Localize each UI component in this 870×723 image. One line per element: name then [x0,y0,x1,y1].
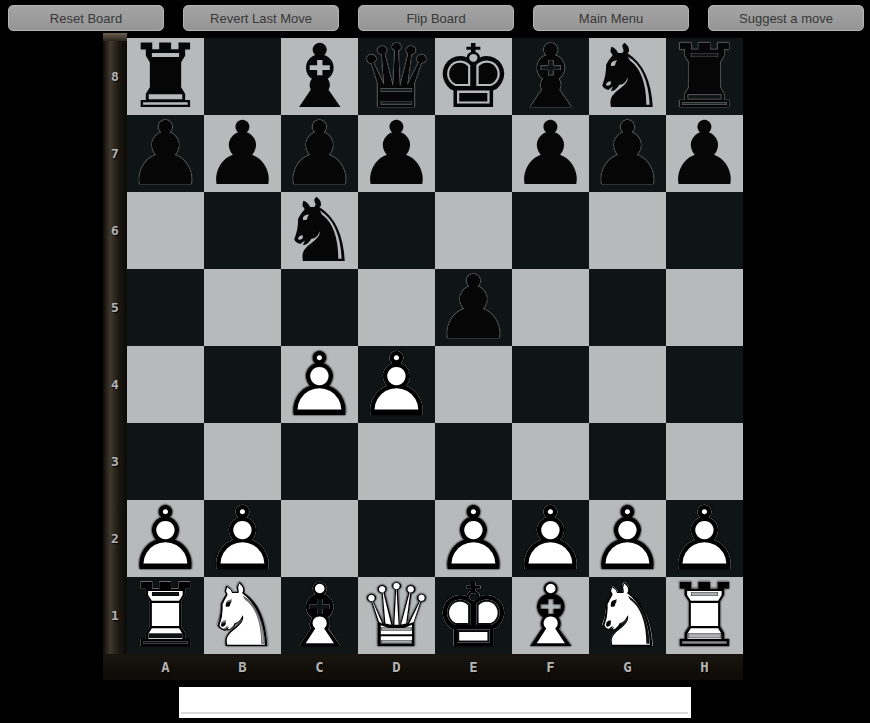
piece-black-pawn[interactable]: ♟ [512,115,589,192]
piece-white-bishop[interactable]: ♝♗ [512,577,589,654]
white-rook-outline-icon: ♖ [666,577,743,654]
square-b2[interactable]: ♟♙ [204,500,281,577]
white-pawn-outline-icon: ♙ [589,500,666,577]
piece-black-knight[interactable]: ♞ [589,38,666,115]
piece-black-rook[interactable]: ♜ [127,38,204,115]
main-menu-button[interactable]: Main Menu [533,5,689,31]
piece-white-pawn[interactable]: ♟♙ [512,500,589,577]
rank-label-7: 7 [103,115,127,192]
piece-black-pawn[interactable]: ♟ [435,269,512,346]
black-knight-icon: ♞ [281,192,358,269]
piece-white-bishop[interactable]: ♝♗ [281,577,358,654]
square-d5[interactable] [358,269,435,346]
square-f2[interactable]: ♟♙ [512,500,589,577]
flip-board-button[interactable]: Flip Board [358,5,514,31]
chess-board: ♜♝♛♚♝♞♜♟♟♟♟♟♟♟♞♟♟♙♟♙♟♙♟♙♟♙♟♙♟♙♟♙♜♖♞♘♝♗♛♕… [127,38,743,654]
file-label-b: B [204,655,281,678]
white-rook-outline-icon: ♖ [127,577,204,654]
piece-white-knight[interactable]: ♞♘ [204,577,281,654]
piece-white-rook[interactable]: ♜♖ [666,577,743,654]
square-g8[interactable]: ♞ [589,38,666,115]
chess-app-window: Reset Board Revert Last Move Flip Board … [0,0,870,723]
square-g4[interactable] [589,346,666,423]
black-pawn-icon: ♟ [204,115,281,192]
white-king-icon: ♚ [435,577,512,654]
square-e8[interactable]: ♚ [435,38,512,115]
piece-black-king[interactable]: ♚ [435,38,512,115]
white-bishop-icon: ♝ [281,577,358,654]
square-b3[interactable] [204,423,281,500]
rank-label-5: 5 [103,269,127,346]
square-c3[interactable] [281,423,358,500]
square-e3[interactable] [435,423,512,500]
square-c7[interactable]: ♟ [281,115,358,192]
square-d6[interactable] [358,192,435,269]
square-b4[interactable] [204,346,281,423]
square-c4[interactable]: ♟♙ [281,346,358,423]
status-underline [181,712,688,714]
white-king-outline-icon: ♔ [435,577,512,654]
white-pawn-icon: ♟ [435,500,512,577]
white-pawn-outline-icon: ♙ [204,500,281,577]
piece-black-pawn[interactable]: ♟ [204,115,281,192]
white-pawn-icon: ♟ [512,500,589,577]
piece-white-pawn[interactable]: ♟♙ [435,500,512,577]
square-h2[interactable]: ♟♙ [666,500,743,577]
white-rook-icon: ♜ [666,577,743,654]
file-label-d: D [358,655,435,678]
white-pawn-icon: ♟ [204,500,281,577]
white-knight-outline-icon: ♘ [204,577,281,654]
square-a1[interactable]: ♜♖ [127,577,204,654]
board-frame-left: 87654321 [103,33,127,678]
square-d2[interactable] [358,500,435,577]
square-a4[interactable] [127,346,204,423]
piece-white-pawn[interactable]: ♟♙ [127,500,204,577]
square-g3[interactable] [589,423,666,500]
piece-white-pawn[interactable]: ♟♙ [204,500,281,577]
square-c1[interactable]: ♝♗ [281,577,358,654]
square-b8[interactable] [204,38,281,115]
square-d7[interactable]: ♟ [358,115,435,192]
black-king-icon: ♚ [435,38,512,115]
square-f1[interactable]: ♝♗ [512,577,589,654]
square-e1[interactable]: ♚♔ [435,577,512,654]
rank-label-8: 8 [103,38,127,115]
square-f3[interactable] [512,423,589,500]
square-h8[interactable]: ♜ [666,38,743,115]
file-label-h: H [666,655,743,678]
white-pawn-outline-icon: ♙ [358,346,435,423]
board-frame-bottom: ABCDEFGH [103,654,743,680]
square-g1[interactable]: ♞♘ [589,577,666,654]
square-g5[interactable] [589,269,666,346]
black-pawn-icon: ♟ [512,115,589,192]
black-pawn-icon: ♟ [589,115,666,192]
revert-last-move-button[interactable]: Revert Last Move [183,5,339,31]
piece-black-pawn[interactable]: ♟ [589,115,666,192]
piece-black-pawn[interactable]: ♟ [358,115,435,192]
white-pawn-outline-icon: ♙ [512,500,589,577]
piece-black-rook[interactable]: ♜ [666,38,743,115]
square-f7[interactable]: ♟ [512,115,589,192]
white-bishop-outline-icon: ♗ [512,577,589,654]
black-bishop-icon: ♝ [512,38,589,115]
piece-white-pawn[interactable]: ♟♙ [666,500,743,577]
white-pawn-outline-icon: ♙ [127,500,204,577]
white-queen-outline-icon: ♕ [358,577,435,654]
black-queen-icon: ♛ [358,38,435,115]
square-c6[interactable]: ♞ [281,192,358,269]
black-pawn-icon: ♟ [358,115,435,192]
rank-label-4: 4 [103,346,127,423]
piece-white-rook[interactable]: ♜♖ [127,577,204,654]
square-f8[interactable]: ♝ [512,38,589,115]
square-e7[interactable] [435,115,512,192]
piece-white-queen[interactable]: ♛♕ [358,577,435,654]
black-pawn-icon: ♟ [127,115,204,192]
suggest-move-button[interactable]: Suggest a move [708,5,864,31]
square-h5[interactable] [666,269,743,346]
square-h6[interactable] [666,192,743,269]
file-label-f: F [512,655,589,678]
black-pawn-icon: ♟ [666,115,743,192]
square-d8[interactable]: ♛ [358,38,435,115]
white-pawn-icon: ♟ [358,346,435,423]
square-e6[interactable] [435,192,512,269]
square-a3[interactable] [127,423,204,500]
square-h1[interactable]: ♜♖ [666,577,743,654]
file-label-e: E [435,655,512,678]
square-d4[interactable]: ♟♙ [358,346,435,423]
square-c2[interactable] [281,500,358,577]
white-pawn-icon: ♟ [127,500,204,577]
piece-white-pawn[interactable]: ♟♙ [589,500,666,577]
white-pawn-icon: ♟ [589,500,666,577]
square-f4[interactable] [512,346,589,423]
black-rook-icon: ♜ [127,38,204,115]
white-pawn-outline-icon: ♙ [435,500,512,577]
square-d1[interactable]: ♛♕ [358,577,435,654]
black-pawn-icon: ♟ [281,115,358,192]
piece-black-knight[interactable]: ♞ [281,192,358,269]
piece-white-knight[interactable]: ♞♘ [589,577,666,654]
square-h7[interactable]: ♟ [666,115,743,192]
square-b5[interactable] [204,269,281,346]
square-b7[interactable]: ♟ [204,115,281,192]
square-e4[interactable] [435,346,512,423]
white-pawn-outline-icon: ♙ [666,500,743,577]
square-e2[interactable]: ♟♙ [435,500,512,577]
rank-label-1: 1 [103,577,127,654]
black-knight-icon: ♞ [589,38,666,115]
square-b1[interactable]: ♞♘ [204,577,281,654]
square-h4[interactable] [666,346,743,423]
rank-label-6: 6 [103,192,127,269]
piece-white-pawn[interactable]: ♟♙ [358,346,435,423]
square-g2[interactable]: ♟♙ [589,500,666,577]
square-a5[interactable] [127,269,204,346]
square-a2[interactable]: ♟♙ [127,500,204,577]
white-bishop-icon: ♝ [512,577,589,654]
white-bishop-outline-icon: ♗ [281,577,358,654]
file-label-a: A [127,655,204,678]
white-pawn-icon: ♟ [666,500,743,577]
square-d3[interactable] [358,423,435,500]
file-label-c: C [281,655,358,678]
piece-black-queen[interactable]: ♛ [358,38,435,115]
piece-black-pawn[interactable]: ♟ [666,115,743,192]
square-g6[interactable] [589,192,666,269]
reset-board-button[interactable]: Reset Board [8,5,164,31]
square-a7[interactable]: ♟ [127,115,204,192]
square-e5[interactable]: ♟ [435,269,512,346]
piece-black-bishop[interactable]: ♝ [512,38,589,115]
square-c8[interactable]: ♝ [281,38,358,115]
square-a6[interactable] [127,192,204,269]
black-bishop-icon: ♝ [281,38,358,115]
square-h3[interactable] [666,423,743,500]
piece-white-king[interactable]: ♚♔ [435,577,512,654]
black-pawn-icon: ♟ [435,269,512,346]
white-knight-outline-icon: ♘ [589,577,666,654]
white-pawn-icon: ♟ [281,346,358,423]
square-a8[interactable]: ♜ [127,38,204,115]
file-label-g: G [589,655,666,678]
white-pawn-outline-icon: ♙ [281,346,358,423]
piece-black-pawn[interactable]: ♟ [281,115,358,192]
white-knight-icon: ♞ [589,577,666,654]
piece-black-bishop[interactable]: ♝ [281,38,358,115]
white-rook-icon: ♜ [127,577,204,654]
status-bar [179,687,691,718]
square-f6[interactable] [512,192,589,269]
rank-label-2: 2 [103,500,127,577]
white-knight-icon: ♞ [204,577,281,654]
black-rook-icon: ♜ [666,38,743,115]
white-queen-icon: ♛ [358,577,435,654]
piece-white-pawn[interactable]: ♟♙ [281,346,358,423]
rank-label-3: 3 [103,423,127,500]
piece-black-pawn[interactable]: ♟ [127,115,204,192]
square-g7[interactable]: ♟ [589,115,666,192]
square-b6[interactable] [204,192,281,269]
square-f5[interactable] [512,269,589,346]
square-c5[interactable] [281,269,358,346]
